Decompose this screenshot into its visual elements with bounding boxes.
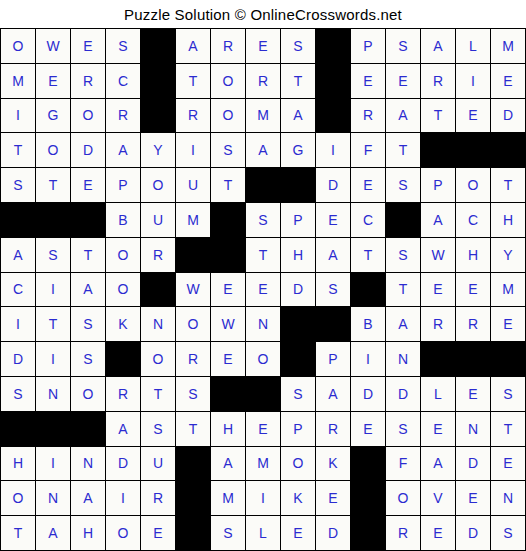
letter-cell-r12c4: A bbox=[106, 412, 140, 446]
puzzle-solution-page: Puzzle Solution © OnlineCrosswords.net O… bbox=[0, 0, 526, 551]
letter-cell-r12c5: S bbox=[141, 412, 175, 446]
letter-cell-r2c2: E bbox=[36, 64, 70, 98]
letter-cell-r9c6: O bbox=[176, 307, 210, 341]
block-cell-r4c13 bbox=[421, 133, 455, 167]
letter-cell-r5c14: O bbox=[456, 168, 490, 202]
letter-cell-r2c12: E bbox=[386, 64, 420, 98]
letter-cell-r3c8: M bbox=[246, 99, 280, 133]
letter-cell-r11c5: T bbox=[141, 377, 175, 411]
letter-cell-r1c2: W bbox=[36, 29, 70, 63]
letter-cell-r15c10: D bbox=[316, 516, 350, 550]
letter-cell-r13c4: D bbox=[106, 447, 140, 481]
letter-cell-r14c3: A bbox=[71, 481, 105, 515]
letter-cell-r5c2: T bbox=[36, 168, 70, 202]
letter-cell-r9c15: E bbox=[491, 307, 525, 341]
block-cell-r2c5 bbox=[141, 64, 175, 98]
block-cell-r3c10 bbox=[316, 99, 350, 133]
block-cell-r1c10 bbox=[316, 29, 350, 63]
letter-cell-r7c8: T bbox=[246, 238, 280, 272]
letter-cell-r8c1: C bbox=[1, 273, 35, 307]
letter-cell-r11c10: A bbox=[316, 377, 350, 411]
letter-cell-r12c15: T bbox=[491, 412, 525, 446]
letter-cell-r15c14: D bbox=[456, 516, 490, 550]
letter-cell-r6c8: S bbox=[246, 203, 280, 237]
letter-cell-r8c9: D bbox=[281, 273, 315, 307]
letter-cell-r5c7: T bbox=[211, 168, 245, 202]
letter-cell-r7c15: Y bbox=[491, 238, 525, 272]
block-cell-r14c6 bbox=[176, 481, 210, 515]
block-cell-r6c1 bbox=[1, 203, 35, 237]
letter-cell-r14c13: V bbox=[421, 481, 455, 515]
letter-cell-r4c6: I bbox=[176, 133, 210, 167]
letter-cell-r3c4: R bbox=[106, 99, 140, 133]
letter-cell-r7c13: W bbox=[421, 238, 455, 272]
letter-cell-r6c4: B bbox=[106, 203, 140, 237]
block-cell-r8c5 bbox=[141, 273, 175, 307]
letter-cell-r1c1: O bbox=[1, 29, 35, 63]
letter-cell-r8c2: I bbox=[36, 273, 70, 307]
letter-cell-r10c3: S bbox=[71, 342, 105, 376]
letter-cell-r13c7: A bbox=[211, 447, 245, 481]
letter-cell-r8c8: E bbox=[246, 273, 280, 307]
letter-cell-r8c3: A bbox=[71, 273, 105, 307]
letter-cell-r15c12: R bbox=[386, 516, 420, 550]
block-cell-r6c12 bbox=[386, 203, 420, 237]
letter-cell-r7c10: A bbox=[316, 238, 350, 272]
letter-cell-r7c5: R bbox=[141, 238, 175, 272]
letter-cell-r8c6: W bbox=[176, 273, 210, 307]
letter-cell-r3c6: R bbox=[176, 99, 210, 133]
letter-cell-r7c9: H bbox=[281, 238, 315, 272]
block-cell-r6c7 bbox=[211, 203, 245, 237]
letter-cell-r3c14: E bbox=[456, 99, 490, 133]
letter-cell-r13c9: O bbox=[281, 447, 315, 481]
block-cell-r13c11 bbox=[351, 447, 385, 481]
letter-cell-r1c15: M bbox=[491, 29, 525, 63]
letter-cell-r2c11: E bbox=[351, 64, 385, 98]
letter-cell-r4c8: A bbox=[246, 133, 280, 167]
letter-cell-r12c14: N bbox=[456, 412, 490, 446]
letter-cell-r2c8: R bbox=[246, 64, 280, 98]
letter-cell-r10c5: O bbox=[141, 342, 175, 376]
letter-cell-r1c7: R bbox=[211, 29, 245, 63]
letter-cell-r12c6: T bbox=[176, 412, 210, 446]
letter-cell-r2c9: T bbox=[281, 64, 315, 98]
letter-cell-r10c2: I bbox=[36, 342, 70, 376]
letter-cell-r11c11: D bbox=[351, 377, 385, 411]
letter-cell-r9c3: S bbox=[71, 307, 105, 341]
letter-cell-r1c11: P bbox=[351, 29, 385, 63]
letter-cell-r14c10: E bbox=[316, 481, 350, 515]
letter-cell-r6c15: H bbox=[491, 203, 525, 237]
block-cell-r5c8 bbox=[246, 168, 280, 202]
letter-cell-r11c15: S bbox=[491, 377, 525, 411]
letter-cell-r5c11: E bbox=[351, 168, 385, 202]
block-cell-r13c6 bbox=[176, 447, 210, 481]
letter-cell-r14c2: N bbox=[36, 481, 70, 515]
letter-cell-r2c3: R bbox=[71, 64, 105, 98]
letter-cell-r14c14: E bbox=[456, 481, 490, 515]
letter-cell-r9c5: N bbox=[141, 307, 175, 341]
letter-cell-r5c12: S bbox=[386, 168, 420, 202]
letter-cell-r2c14: I bbox=[456, 64, 490, 98]
letter-cell-r4c9: G bbox=[281, 133, 315, 167]
block-cell-r11c7 bbox=[211, 377, 245, 411]
block-cell-r12c1 bbox=[1, 412, 35, 446]
letter-cell-r9c1: I bbox=[1, 307, 35, 341]
letter-cell-r7c1: A bbox=[1, 238, 35, 272]
letter-cell-r7c4: O bbox=[106, 238, 140, 272]
letter-cell-r9c8: N bbox=[246, 307, 280, 341]
letter-cell-r4c1: T bbox=[1, 133, 35, 167]
letter-cell-r11c4: R bbox=[106, 377, 140, 411]
block-cell-r14c11 bbox=[351, 481, 385, 515]
letter-cell-r2c1: M bbox=[1, 64, 35, 98]
letter-cell-r8c7: E bbox=[211, 273, 245, 307]
letter-cell-r15c4: O bbox=[106, 516, 140, 550]
block-cell-r7c7 bbox=[211, 238, 245, 272]
block-cell-r10c15 bbox=[491, 342, 525, 376]
letter-cell-r4c7: S bbox=[211, 133, 245, 167]
block-cell-r11c8 bbox=[246, 377, 280, 411]
block-cell-r1c5 bbox=[141, 29, 175, 63]
block-cell-r10c14 bbox=[456, 342, 490, 376]
letter-cell-r14c5: R bbox=[141, 481, 175, 515]
letter-cell-r8c10: S bbox=[316, 273, 350, 307]
letter-cell-r4c11: F bbox=[351, 133, 385, 167]
letter-cell-r3c13: T bbox=[421, 99, 455, 133]
block-cell-r3c5 bbox=[141, 99, 175, 133]
letter-cell-r5c3: E bbox=[71, 168, 105, 202]
letter-cell-r2c13: R bbox=[421, 64, 455, 98]
letter-cell-r6c6: M bbox=[176, 203, 210, 237]
block-cell-r9c9 bbox=[281, 307, 315, 341]
letter-cell-r9c7: W bbox=[211, 307, 245, 341]
letter-cell-r8c4: O bbox=[106, 273, 140, 307]
letter-cell-r15c1: T bbox=[1, 516, 35, 550]
letter-cell-r5c6: U bbox=[176, 168, 210, 202]
letter-cell-r14c7: M bbox=[211, 481, 245, 515]
letter-cell-r13c2: I bbox=[36, 447, 70, 481]
letter-cell-r10c8: O bbox=[246, 342, 280, 376]
letter-cell-r3c3: O bbox=[71, 99, 105, 133]
block-cell-r6c2 bbox=[36, 203, 70, 237]
block-cell-r4c15 bbox=[491, 133, 525, 167]
letter-cell-r5c15: T bbox=[491, 168, 525, 202]
letter-cell-r4c4: A bbox=[106, 133, 140, 167]
letter-cell-r7c11: T bbox=[351, 238, 385, 272]
letter-cell-r4c10: I bbox=[316, 133, 350, 167]
block-cell-r9c10 bbox=[316, 307, 350, 341]
letter-cell-r13c10: K bbox=[316, 447, 350, 481]
block-cell-r15c11 bbox=[351, 516, 385, 550]
letter-cell-r3c15: D bbox=[491, 99, 525, 133]
letter-cell-r9c14: R bbox=[456, 307, 490, 341]
letter-cell-r12c12: S bbox=[386, 412, 420, 446]
crossword-grid: OWESARESPSALMMERCTORTEERIEIGORROMARATEDT… bbox=[0, 28, 526, 551]
letter-cell-r3c11: R bbox=[351, 99, 385, 133]
letter-cell-r11c9: S bbox=[281, 377, 315, 411]
letter-cell-r11c3: O bbox=[71, 377, 105, 411]
letter-cell-r11c12: D bbox=[386, 377, 420, 411]
block-cell-r8c11 bbox=[351, 273, 385, 307]
letter-cell-r12c10: R bbox=[316, 412, 350, 446]
letter-cell-r12c8: E bbox=[246, 412, 280, 446]
letter-cell-r7c2: S bbox=[36, 238, 70, 272]
letter-cell-r1c4: S bbox=[106, 29, 140, 63]
letter-cell-r7c14: H bbox=[456, 238, 490, 272]
letter-cell-r14c9: K bbox=[281, 481, 315, 515]
letter-cell-r15c3: H bbox=[71, 516, 105, 550]
letter-cell-r2c4: C bbox=[106, 64, 140, 98]
letter-cell-r7c12: S bbox=[386, 238, 420, 272]
letter-cell-r11c2: N bbox=[36, 377, 70, 411]
letter-cell-r15c8: L bbox=[246, 516, 280, 550]
letter-cell-r3c1: I bbox=[1, 99, 35, 133]
letter-cell-r5c4: P bbox=[106, 168, 140, 202]
letter-cell-r1c13: A bbox=[421, 29, 455, 63]
letter-cell-r15c13: E bbox=[421, 516, 455, 550]
block-cell-r6c3 bbox=[71, 203, 105, 237]
letter-cell-r3c7: O bbox=[211, 99, 245, 133]
letter-cell-r1c9: S bbox=[281, 29, 315, 63]
letter-cell-r11c6: S bbox=[176, 377, 210, 411]
letter-cell-r13c12: F bbox=[386, 447, 420, 481]
letter-cell-r2c6: T bbox=[176, 64, 210, 98]
letter-cell-r10c12: N bbox=[386, 342, 420, 376]
block-cell-r10c13 bbox=[421, 342, 455, 376]
letter-cell-r12c7: H bbox=[211, 412, 245, 446]
letter-cell-r1c6: A bbox=[176, 29, 210, 63]
letter-cell-r8c12: T bbox=[386, 273, 420, 307]
letter-cell-r9c13: R bbox=[421, 307, 455, 341]
letter-cell-r6c11: C bbox=[351, 203, 385, 237]
letter-cell-r6c14: C bbox=[456, 203, 490, 237]
letter-cell-r13c14: D bbox=[456, 447, 490, 481]
block-cell-r7c6 bbox=[176, 238, 210, 272]
letter-cell-r2c15: E bbox=[491, 64, 525, 98]
letter-cell-r10c1: D bbox=[1, 342, 35, 376]
letter-cell-r13c15: E bbox=[491, 447, 525, 481]
letter-cell-r6c10: E bbox=[316, 203, 350, 237]
letter-cell-r4c3: D bbox=[71, 133, 105, 167]
letter-cell-r14c1: O bbox=[1, 481, 35, 515]
letter-cell-r9c2: T bbox=[36, 307, 70, 341]
letter-cell-r5c5: O bbox=[141, 168, 175, 202]
block-cell-r15c6 bbox=[176, 516, 210, 550]
letter-cell-r9c12: A bbox=[386, 307, 420, 341]
letter-cell-r4c2: O bbox=[36, 133, 70, 167]
letter-cell-r14c4: I bbox=[106, 481, 140, 515]
letter-cell-r10c10: P bbox=[316, 342, 350, 376]
letter-cell-r13c13: A bbox=[421, 447, 455, 481]
letter-cell-r6c13: A bbox=[421, 203, 455, 237]
letter-cell-r3c9: A bbox=[281, 99, 315, 133]
letter-cell-r9c11: B bbox=[351, 307, 385, 341]
letter-cell-r8c15: M bbox=[491, 273, 525, 307]
block-cell-r10c4 bbox=[106, 342, 140, 376]
letter-cell-r2c7: O bbox=[211, 64, 245, 98]
letter-cell-r3c2: G bbox=[36, 99, 70, 133]
letter-cell-r10c11: I bbox=[351, 342, 385, 376]
letter-cell-r13c1: H bbox=[1, 447, 35, 481]
letter-cell-r14c12: O bbox=[386, 481, 420, 515]
letter-cell-r5c10: D bbox=[316, 168, 350, 202]
letter-cell-r6c9: P bbox=[281, 203, 315, 237]
letter-cell-r9c4: K bbox=[106, 307, 140, 341]
letter-cell-r12c11: E bbox=[351, 412, 385, 446]
letter-cell-r1c14: L bbox=[456, 29, 490, 63]
letter-cell-r15c7: S bbox=[211, 516, 245, 550]
block-cell-r2c10 bbox=[316, 64, 350, 98]
block-cell-r4c14 bbox=[456, 133, 490, 167]
letter-cell-r12c13: E bbox=[421, 412, 455, 446]
letter-cell-r11c13: L bbox=[421, 377, 455, 411]
letter-cell-r1c12: S bbox=[386, 29, 420, 63]
letter-cell-r15c15: S bbox=[491, 516, 525, 550]
letter-cell-r14c8: I bbox=[246, 481, 280, 515]
block-cell-r5c9 bbox=[281, 168, 315, 202]
letter-cell-r11c1: S bbox=[1, 377, 35, 411]
letter-cell-r13c3: N bbox=[71, 447, 105, 481]
letter-cell-r15c2: A bbox=[36, 516, 70, 550]
letter-cell-r6c5: U bbox=[141, 203, 175, 237]
letter-cell-r10c6: R bbox=[176, 342, 210, 376]
letter-cell-r13c5: U bbox=[141, 447, 175, 481]
letter-cell-r8c14: E bbox=[456, 273, 490, 307]
letter-cell-r1c8: E bbox=[246, 29, 280, 63]
letter-cell-r3c12: A bbox=[386, 99, 420, 133]
letter-cell-r4c5: Y bbox=[141, 133, 175, 167]
block-cell-r12c3 bbox=[71, 412, 105, 446]
letter-cell-r8c13: E bbox=[421, 273, 455, 307]
letter-cell-r7c3: T bbox=[71, 238, 105, 272]
letter-cell-r1c3: E bbox=[71, 29, 105, 63]
letter-cell-r11c14: E bbox=[456, 377, 490, 411]
letter-cell-r12c9: P bbox=[281, 412, 315, 446]
letter-cell-r5c1: S bbox=[1, 168, 35, 202]
letter-cell-r15c9: E bbox=[281, 516, 315, 550]
letter-cell-r15c5: E bbox=[141, 516, 175, 550]
letter-cell-r4c12: T bbox=[386, 133, 420, 167]
letter-cell-r10c7: E bbox=[211, 342, 245, 376]
puzzle-title: Puzzle Solution © OnlineCrosswords.net bbox=[0, 0, 526, 28]
letter-cell-r14c15: N bbox=[491, 481, 525, 515]
letter-cell-r13c8: M bbox=[246, 447, 280, 481]
letter-cell-r5c13: P bbox=[421, 168, 455, 202]
block-cell-r12c2 bbox=[36, 412, 70, 446]
block-cell-r10c9 bbox=[281, 342, 315, 376]
